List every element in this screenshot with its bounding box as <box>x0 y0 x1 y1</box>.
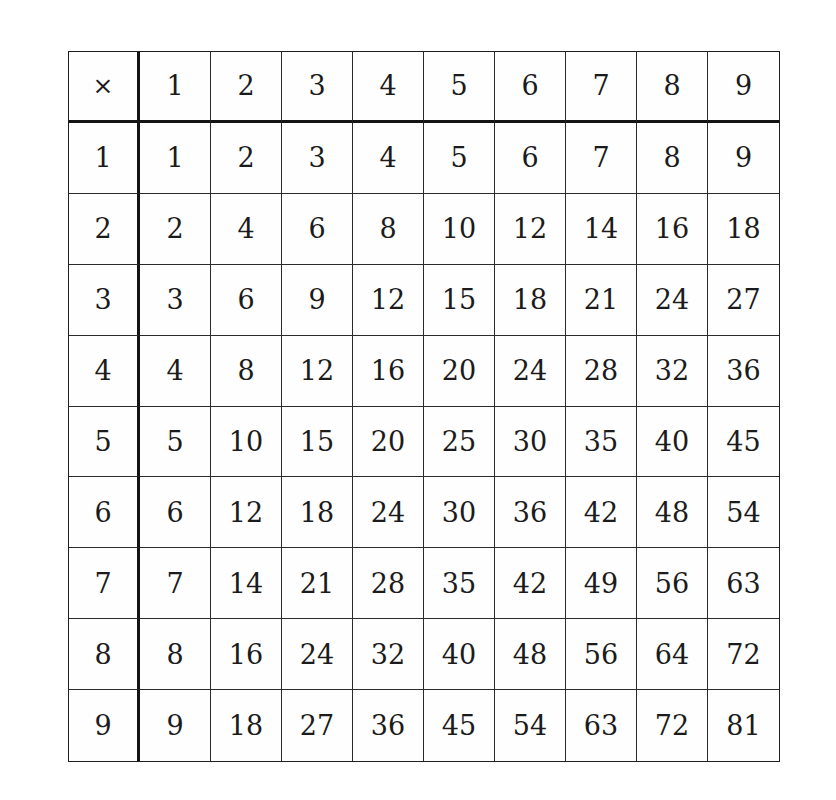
product-cell: 36 <box>708 336 779 407</box>
product-cell: 32 <box>637 336 708 407</box>
product-cell: 24 <box>637 265 708 336</box>
product-cell: 7 <box>140 548 211 619</box>
product-cell: 63 <box>708 548 779 619</box>
product-cell: 56 <box>566 619 637 690</box>
product-cell: 21 <box>566 265 637 336</box>
product-cell: 56 <box>637 548 708 619</box>
product-cell: 72 <box>637 690 708 761</box>
product-cell: 3 <box>282 123 353 194</box>
row-header-cell: 3 <box>69 265 140 336</box>
product-cell: 40 <box>424 619 495 690</box>
product-cell: 35 <box>424 548 495 619</box>
product-cell: 8 <box>211 336 282 407</box>
product-cell: 5 <box>140 407 211 478</box>
multiplication-table-wrap: ×123456789112345678922468101214161833691… <box>68 51 780 762</box>
product-cell: 54 <box>708 477 779 548</box>
product-cell: 18 <box>211 690 282 761</box>
product-cell: 16 <box>211 619 282 690</box>
product-cell: 64 <box>637 619 708 690</box>
product-cell: 48 <box>495 619 566 690</box>
product-cell: 45 <box>708 407 779 478</box>
product-cell: 40 <box>637 407 708 478</box>
product-cell: 1 <box>140 123 211 194</box>
product-cell: 24 <box>495 336 566 407</box>
col-header-cell: 3 <box>282 52 353 123</box>
product-cell: 10 <box>211 407 282 478</box>
product-cell: 16 <box>353 336 424 407</box>
product-cell: 12 <box>282 336 353 407</box>
product-cell: 49 <box>566 548 637 619</box>
col-header-cell: 5 <box>424 52 495 123</box>
product-cell: 30 <box>424 477 495 548</box>
operator-corner-cell: × <box>69 52 140 123</box>
product-cell: 10 <box>424 194 495 265</box>
product-cell: 2 <box>140 194 211 265</box>
product-cell: 18 <box>282 477 353 548</box>
product-cell: 42 <box>495 548 566 619</box>
product-cell: 3 <box>140 265 211 336</box>
product-cell: 12 <box>211 477 282 548</box>
product-cell: 14 <box>566 194 637 265</box>
product-cell: 2 <box>211 123 282 194</box>
product-cell: 21 <box>282 548 353 619</box>
row-header-cell: 1 <box>69 123 140 194</box>
product-cell: 8 <box>353 194 424 265</box>
product-cell: 6 <box>140 477 211 548</box>
row-header-cell: 9 <box>69 690 140 761</box>
product-cell: 35 <box>566 407 637 478</box>
product-cell: 20 <box>353 407 424 478</box>
product-cell: 81 <box>708 690 779 761</box>
product-cell: 18 <box>495 265 566 336</box>
col-header-cell: 1 <box>140 52 211 123</box>
product-cell: 32 <box>353 619 424 690</box>
product-cell: 28 <box>353 548 424 619</box>
col-header-cell: 2 <box>211 52 282 123</box>
product-cell: 63 <box>566 690 637 761</box>
row-header-cell: 2 <box>69 194 140 265</box>
product-cell: 8 <box>140 619 211 690</box>
product-cell: 36 <box>353 690 424 761</box>
product-cell: 30 <box>495 407 566 478</box>
product-cell: 15 <box>424 265 495 336</box>
product-cell: 16 <box>637 194 708 265</box>
col-header-cell: 4 <box>353 52 424 123</box>
product-cell: 27 <box>282 690 353 761</box>
product-cell: 4 <box>353 123 424 194</box>
col-header-cell: 6 <box>495 52 566 123</box>
product-cell: 48 <box>637 477 708 548</box>
product-cell: 36 <box>495 477 566 548</box>
product-cell: 9 <box>708 123 779 194</box>
product-cell: 20 <box>424 336 495 407</box>
product-cell: 18 <box>708 194 779 265</box>
row-header-cell: 8 <box>69 619 140 690</box>
row-header-cell: 5 <box>69 407 140 478</box>
product-cell: 6 <box>282 194 353 265</box>
col-header-cell: 7 <box>566 52 637 123</box>
product-cell: 4 <box>211 194 282 265</box>
multiplication-table: ×123456789112345678922468101214161833691… <box>68 51 780 762</box>
product-cell: 8 <box>637 123 708 194</box>
product-cell: 4 <box>140 336 211 407</box>
product-cell: 54 <box>495 690 566 761</box>
product-cell: 14 <box>211 548 282 619</box>
col-header-cell: 9 <box>708 52 779 123</box>
product-cell: 12 <box>353 265 424 336</box>
product-cell: 12 <box>495 194 566 265</box>
product-cell: 24 <box>282 619 353 690</box>
product-cell: 6 <box>495 123 566 194</box>
product-cell: 7 <box>566 123 637 194</box>
product-cell: 5 <box>424 123 495 194</box>
product-cell: 45 <box>424 690 495 761</box>
row-header-cell: 7 <box>69 548 140 619</box>
product-cell: 28 <box>566 336 637 407</box>
col-header-cell: 8 <box>637 52 708 123</box>
product-cell: 6 <box>211 265 282 336</box>
product-cell: 72 <box>708 619 779 690</box>
product-cell: 15 <box>282 407 353 478</box>
product-cell: 9 <box>282 265 353 336</box>
product-cell: 42 <box>566 477 637 548</box>
row-header-cell: 4 <box>69 336 140 407</box>
row-header-cell: 6 <box>69 477 140 548</box>
product-cell: 25 <box>424 407 495 478</box>
product-cell: 27 <box>708 265 779 336</box>
product-cell: 24 <box>353 477 424 548</box>
product-cell: 9 <box>140 690 211 761</box>
